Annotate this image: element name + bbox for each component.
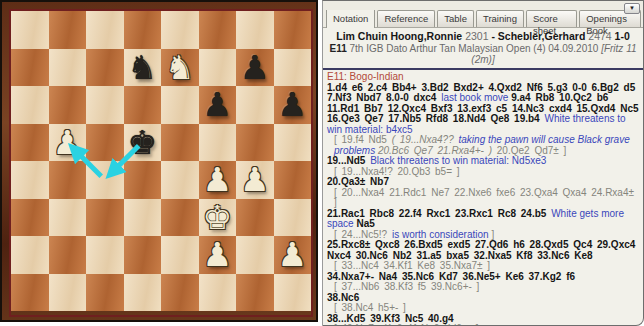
annotation[interactable]: ( 19...Nxa4?? — [392, 134, 459, 145]
square-e2[interactable] — [161, 236, 199, 274]
white-pawn-f4[interactable]: ♟ — [202, 163, 232, 196]
square-h4[interactable] — [274, 161, 312, 199]
black-knight-d7[interactable]: ♞ — [127, 51, 157, 84]
square-d1[interactable] — [124, 274, 162, 312]
event-name: 7th IGB Dato Arthur Tan Malaysian Open (… — [350, 43, 599, 54]
annotation: Black threatens to win material: Nd5xe3 — [370, 155, 546, 166]
square-h7[interactable] — [274, 49, 312, 87]
dropdown-icon: ▼ — [629, 4, 635, 13]
square-h3[interactable] — [274, 199, 312, 237]
square-f2[interactable]: ♟ — [199, 236, 237, 274]
white-pawn-g4[interactable]: ♟ — [240, 163, 270, 196]
moves[interactable]: 20.Qa3± Nb7 — [327, 176, 389, 187]
square-g6[interactable] — [236, 86, 274, 124]
event-line: E11 7th IGB Dato Arthur Tan Malaysian Op… — [327, 43, 639, 65]
moves[interactable]: 34.Nxa7+- Na4 35.Nc6 Kd7 36.Ne5+ Ke6 37.… — [327, 271, 575, 282]
black-player-name: Schebler,Gerhard — [498, 30, 586, 42]
moves[interactable]: 21.Rac1 Rbc8 22.f4 Rxc1 23.Rxc1 Rc8 24.b… — [327, 208, 551, 219]
square-d6[interactable] — [124, 86, 162, 124]
board-frame: ♞♞♟♟♟♟♚♟♟♚♟♟ — [0, 0, 318, 322]
square-d8[interactable] — [124, 11, 162, 49]
square-a7[interactable] — [11, 49, 49, 87]
square-h6[interactable]: ♟ — [274, 86, 312, 124]
square-b6[interactable] — [49, 86, 87, 124]
square-d5[interactable]: ♚ — [124, 124, 162, 162]
square-f5[interactable] — [199, 124, 237, 162]
moves[interactable]: 19...Nd5 — [327, 155, 370, 166]
notation-tabs: NotationReferenceTableTrainingScore shee… — [323, 10, 643, 28]
square-g1[interactable] — [236, 274, 274, 312]
notation-paragraph: [ 20...Nxa4 21.Rdc1 Ne7 22.Nxe6 fxe6 23.… — [327, 188, 640, 209]
square-e6[interactable] — [161, 86, 199, 124]
notation-paragraph: [ 37...Nb6 38.Kf3 f5 39.Nc6+- ] — [327, 282, 640, 293]
square-f3[interactable]: ♚ — [199, 199, 237, 237]
annotation[interactable]: [ 20...Nxa4 21.Rdc1 Ne7 22.Nxe6 fxe6 23.… — [334, 187, 634, 209]
square-a3[interactable] — [11, 199, 49, 237]
square-b5[interactable]: ♟ — [49, 124, 87, 162]
annotation: is worth consideration — [392, 229, 492, 240]
square-f7[interactable] — [199, 49, 237, 87]
square-f1[interactable] — [199, 274, 237, 312]
square-b2[interactable] — [49, 236, 87, 274]
square-c3[interactable] — [86, 199, 124, 237]
square-e3[interactable] — [161, 199, 199, 237]
square-d7[interactable]: ♞ — [124, 49, 162, 87]
white-elo: 2301 — [465, 30, 488, 42]
annotation[interactable]: [ 24...Nc5!? — [334, 229, 392, 240]
square-e1[interactable] — [161, 274, 199, 312]
moves[interactable]: 38...Kd5 39.Kf3 Nc5 40.g4 — [327, 313, 454, 324]
annotation: last book move — [441, 92, 511, 103]
square-c8[interactable] — [86, 11, 124, 49]
square-b8[interactable] — [49, 11, 87, 49]
square-d4[interactable] — [124, 161, 162, 199]
panel-top-strip: ▼ — [323, 1, 643, 10]
notation-panel: ▼ NotationReferenceTableTrainingScore sh… — [322, 0, 644, 326]
annotation[interactable]: 20.Qe2 Qd7± ] — [497, 145, 567, 156]
tab-reference[interactable]: Reference — [377, 10, 435, 27]
board-inner-frame: ♞♞♟♟♟♟♚♟♟♚♟♟ — [9, 9, 313, 317]
square-g2[interactable] — [236, 236, 274, 274]
black-pawn-f6[interactable]: ♟ — [202, 88, 232, 121]
pane-menu-button[interactable]: ▼ — [624, 3, 640, 14]
notation-paragraph: 25.Rxc8± Qxc8 26.Bxd5 exd5 27.Qd6 h6 28.… — [327, 240, 640, 261]
tab-table[interactable]: Table — [437, 10, 474, 27]
square-h2[interactable]: ♟ — [274, 236, 312, 274]
black-pawn-g7[interactable]: ♟ — [240, 51, 270, 84]
square-a2[interactable] — [11, 236, 49, 274]
players-separator: - — [491, 30, 495, 42]
square-e8[interactable] — [161, 11, 199, 49]
fritz-window: ♞♞♟♟♟♟♚♟♟♚♟♟ ▼ NotationReferenceTableTra… — [0, 0, 644, 326]
annotation[interactable]: [ 33...Nc4 34.Kf1 Ke8 35.Nxa7± ] — [334, 260, 490, 271]
square-c6[interactable] — [86, 86, 124, 124]
square-g8[interactable] — [236, 11, 274, 49]
black-elo: 2474 — [588, 30, 611, 42]
chess-board[interactable]: ♞♞♟♟♟♟♚♟♟♚♟♟ — [11, 11, 311, 311]
annotation[interactable]: [ 19...Nxa4!? 20.Qb3 b5= ] — [334, 166, 460, 177]
square-c2[interactable] — [86, 236, 124, 274]
chess-board-pane: ♞♞♟♟♟♟♚♟♟♚♟♟ — [0, 0, 318, 322]
game-header: Lim Chuin Hoong,Ronnie 2301 - Schebler,G… — [323, 28, 643, 68]
black-pawn-h6[interactable]: ♟ — [277, 88, 307, 121]
annotation[interactable]: [ 38.Nc4 h5+- ] — [334, 302, 406, 313]
moves[interactable]: Na5 — [356, 218, 374, 229]
notation-body: E11: Bogo-Indian1.d4 e6 2.c4 Bb4+ 3.Bd2 … — [323, 70, 643, 326]
square-c5[interactable] — [86, 124, 124, 162]
square-b7[interactable] — [49, 49, 87, 87]
annotation[interactable]: [ 37...Nb6 38.Kf3 f5 39.Nc6+- ] — [334, 281, 479, 292]
moves[interactable]: 25.Rxc8± Qxc8 26.Bxd5 exd5 27.Qd6 h6 28.… — [327, 239, 635, 261]
notation-paragraph: 21.Rac1 Rbc8 22.f4 Rxc1 23.Rxc1 Rc8 24.b… — [327, 209, 640, 230]
square-f4[interactable]: ♟ — [199, 161, 237, 199]
black-king-d5[interactable]: ♚ — [127, 126, 157, 159]
eco-code: E11 — [329, 43, 346, 54]
square-a5[interactable] — [11, 124, 49, 162]
square-g5[interactable] — [236, 124, 274, 162]
square-a6[interactable] — [11, 86, 49, 124]
square-e4[interactable] — [161, 161, 199, 199]
white-king-f3[interactable]: ♚ — [202, 201, 232, 234]
opening-name: E11: Bogo-Indian — [327, 71, 404, 82]
game-result: 1-0 — [615, 30, 630, 42]
square-b4[interactable] — [49, 161, 87, 199]
square-a1[interactable] — [11, 274, 49, 312]
square-g7[interactable]: ♟ — [236, 49, 274, 87]
annotation[interactable]: ] — [491, 229, 494, 240]
notation-paragraph: 1.d4 e6 2.c4 Bb4+ 3.Bd2 Bxd2+ 4.Qxd2 Nf6… — [327, 83, 640, 136]
square-c4[interactable] — [86, 161, 124, 199]
white-pawn-f2[interactable]: ♟ — [202, 238, 232, 271]
tab-notation[interactable]: Notation — [326, 8, 375, 28]
square-a8[interactable] — [11, 11, 49, 49]
white-pawn-h2[interactable]: ♟ — [277, 238, 307, 271]
square-f8[interactable] — [199, 11, 237, 49]
moves[interactable]: 38.Nc6 — [327, 292, 359, 303]
white-player-name: Lim Chuin Hoong,Ronnie — [336, 30, 462, 42]
square-h8[interactable] — [274, 11, 312, 49]
square-e5[interactable] — [161, 124, 199, 162]
square-g3[interactable] — [236, 199, 274, 237]
square-c7[interactable] — [86, 49, 124, 87]
players-line: Lim Chuin Hoong,Ronnie 2301 - Schebler,G… — [327, 30, 639, 42]
tab-score-sheet[interactable]: Score sheet — [526, 10, 577, 27]
square-f6[interactable]: ♟ — [199, 86, 237, 124]
square-g4[interactable]: ♟ — [236, 161, 274, 199]
square-d2[interactable] — [124, 236, 162, 274]
square-e7[interactable]: ♞ — [161, 49, 199, 87]
square-b1[interactable] — [49, 274, 87, 312]
tab-training[interactable]: Training — [476, 10, 524, 27]
square-b3[interactable] — [49, 199, 87, 237]
annotation[interactable]: [ 19.f4 Nd5 — [334, 134, 392, 145]
white-pawn-b5[interactable]: ♟ — [52, 126, 82, 159]
square-h5[interactable] — [274, 124, 312, 162]
square-a4[interactable] — [11, 161, 49, 199]
white-knight-e7[interactable]: ♞ — [165, 51, 195, 84]
annotation[interactable]: 20.Bc6 Qe7 21.Rxa4+- ) — [378, 145, 497, 156]
square-d3[interactable] — [124, 199, 162, 237]
notation-paragraph: [ 19.f4 Nd5 ( 19...Nxa4?? taking the paw… — [327, 135, 640, 156]
square-c1[interactable] — [86, 274, 124, 312]
square-h1[interactable] — [274, 274, 312, 312]
